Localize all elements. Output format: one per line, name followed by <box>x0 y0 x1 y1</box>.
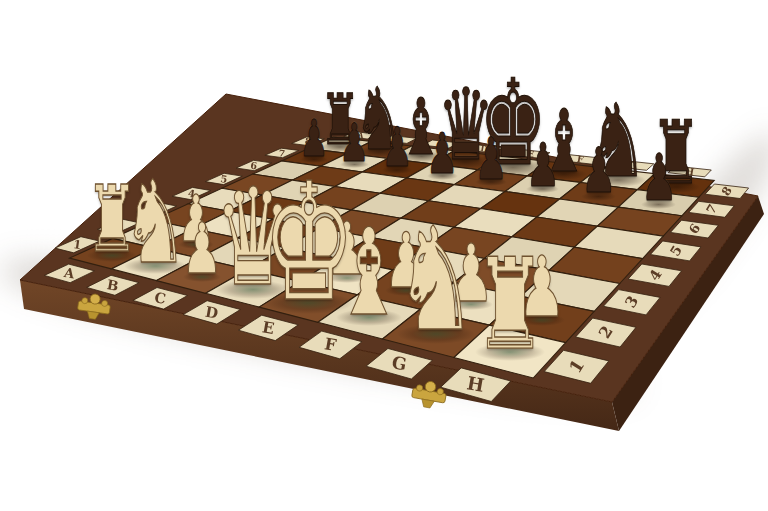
pawn-glyph: ♟ <box>474 130 507 188</box>
pawn-glyph: ♟ <box>526 135 561 195</box>
knight-glyph: ♞ <box>122 165 188 279</box>
pawn-glyph: ♟ <box>381 121 412 175</box>
rook-glyph: ♜ <box>474 242 546 368</box>
pieces-layer: ♜♞♝♛♚♝♞♜♟♟♟♟♟♟♟♟♟♟♟♟♟♜♞♟♛♚♝♞♜ <box>0 0 768 511</box>
knight-glyph: ♞ <box>395 209 477 352</box>
bishop-glyph: ♝ <box>335 212 404 332</box>
chess-board-scene: AABBCCDDEEFFGGHH1122334455667788 ♜♞♝♛♚♝♞… <box>0 0 768 511</box>
pawn-glyph: ♟ <box>640 146 677 211</box>
pawn-glyph: ♟ <box>581 141 617 203</box>
pawn-glyph: ♟ <box>426 126 458 182</box>
